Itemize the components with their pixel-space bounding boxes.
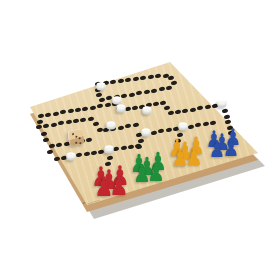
pawn-green[interactable]: ♟	[133, 161, 151, 186]
track-cell-dot	[223, 114, 230, 119]
pawn-blue[interactable]: ♟	[209, 138, 226, 161]
white-barricade-piece[interactable]	[142, 129, 151, 137]
white-barricade-piece[interactable]	[97, 83, 106, 91]
product-photo-stage: ♟♟♟♟♟♟♟♟♟♟♟♟♟♟♟♟♟♟♟♟ ©·_______	[0, 0, 280, 280]
white-barricade-piece[interactable]	[218, 100, 227, 108]
white-barricade-piece[interactable]	[67, 153, 76, 161]
die-pip	[75, 135, 77, 137]
die-pip	[72, 133, 74, 135]
die-pip	[75, 142, 77, 144]
track-cell-dot	[221, 108, 228, 113]
white-barricade-piece[interactable]	[143, 107, 152, 115]
die-pip	[79, 137, 81, 139]
white-barricade-piece[interactable]	[113, 97, 122, 105]
track-cell-dot	[40, 131, 47, 136]
white-barricade-piece[interactable]	[117, 105, 126, 113]
white-barricade-piece[interactable]	[105, 146, 114, 154]
pawn-red[interactable]: ♟	[94, 173, 113, 200]
die-pip	[79, 142, 81, 144]
pawn-yellow[interactable]: ♟	[171, 146, 188, 170]
track-cell-dot	[36, 119, 43, 124]
track-cell-dot	[46, 149, 53, 154]
white-barricade-piece[interactable]	[107, 122, 116, 130]
wooden-die[interactable]	[68, 129, 85, 146]
track-cell-dot	[128, 92, 135, 97]
white-barricade-piece[interactable]	[179, 123, 188, 131]
